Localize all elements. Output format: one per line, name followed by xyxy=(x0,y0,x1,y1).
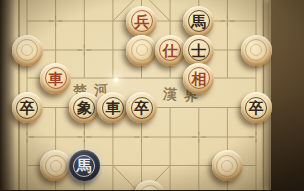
board-right-edge xyxy=(269,0,304,190)
piece-glyph: 車 xyxy=(105,101,120,116)
piece-e4-facedown[interactable] xyxy=(126,35,157,66)
piece-glyph: 卒 xyxy=(20,101,35,116)
piece-a6-black-soldier[interactable]: 卒 xyxy=(12,92,43,123)
piece-ring xyxy=(245,39,267,61)
piece-ring xyxy=(139,185,161,191)
piece-glyph: 士 xyxy=(191,43,206,58)
piece-glyph: 象 xyxy=(77,101,92,116)
piece-i6-black-soldier[interactable]: 卒 xyxy=(241,92,272,123)
xiangqi-board[interactable]: 楚河 漢界 兵馬仕士車相卒象車卒卒馬 xyxy=(0,0,304,190)
piece-ring xyxy=(45,155,67,177)
piece-g5-red-elephant[interactable]: 相 xyxy=(183,63,214,94)
board-left-shadow xyxy=(0,0,16,190)
piece-c6-black-elephant[interactable]: 象 xyxy=(69,92,100,123)
piece-glyph: 仕 xyxy=(163,43,178,58)
piece-a4-facedown[interactable] xyxy=(12,35,43,66)
piece-g3-black-horse[interactable]: 馬 xyxy=(183,6,214,37)
piece-ring xyxy=(131,39,153,61)
piece-e3-red-soldier[interactable]: 兵 xyxy=(126,6,157,37)
piece-glyph: 兵 xyxy=(134,14,149,29)
piece-e6-black-soldier[interactable]: 卒 xyxy=(126,92,157,123)
piece-glyph: 卒 xyxy=(249,101,264,116)
piece-ring xyxy=(16,39,38,61)
piece-b8-facedown[interactable] xyxy=(40,150,71,181)
piece-glyph: 卒 xyxy=(134,101,149,116)
piece-glyph: 相 xyxy=(191,71,206,86)
piece-g4-black-advisor[interactable]: 士 xyxy=(183,35,214,66)
piece-glyph: 馬 xyxy=(191,14,206,29)
piece-c8-black-horse[interactable]: 馬 xyxy=(69,150,100,181)
piece-b5-red-chariot[interactable]: 車 xyxy=(40,63,71,94)
piece-i4-facedown[interactable] xyxy=(241,35,272,66)
glow-indicator xyxy=(113,77,119,83)
piece-f4-red-advisor[interactable]: 仕 xyxy=(155,35,186,66)
piece-ring xyxy=(216,155,238,177)
piece-glyph: 馬 xyxy=(77,159,92,174)
piece-h8-facedown[interactable] xyxy=(212,150,243,181)
piece-glyph: 車 xyxy=(48,71,63,86)
